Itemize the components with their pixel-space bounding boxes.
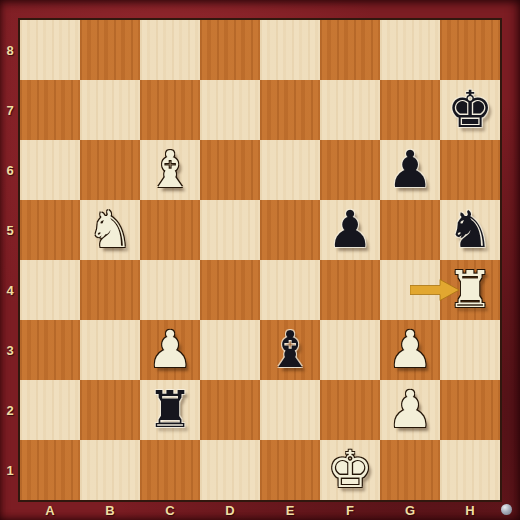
square-b1[interactable] xyxy=(80,440,140,500)
file-label-c: C xyxy=(140,500,200,520)
file-label-a: A xyxy=(20,500,80,520)
square-g1[interactable] xyxy=(380,440,440,500)
white-pawn[interactable]: ♟ xyxy=(387,324,433,375)
rank-label-6: 6 xyxy=(0,140,20,200)
rank-coordinates: 87654321 xyxy=(0,20,20,500)
square-c4[interactable] xyxy=(140,260,200,320)
square-c3[interactable]: ♟ xyxy=(140,320,200,380)
chess-board: ♚♝♟♞♟♞♜♟♝♟♜♟♚ xyxy=(20,20,500,500)
square-a6[interactable] xyxy=(20,140,80,200)
square-c5[interactable] xyxy=(140,200,200,260)
square-d6[interactable] xyxy=(200,140,260,200)
square-h5[interactable]: ♞ xyxy=(440,200,500,260)
last-move-arrow-icon xyxy=(410,278,460,302)
square-a2[interactable] xyxy=(20,380,80,440)
file-label-f: F xyxy=(320,500,380,520)
square-b4[interactable] xyxy=(80,260,140,320)
square-b8[interactable] xyxy=(80,20,140,80)
file-label-b: B xyxy=(80,500,140,520)
square-a7[interactable] xyxy=(20,80,80,140)
white-king[interactable]: ♚ xyxy=(327,444,373,495)
file-coordinates: ABCDEFGH xyxy=(20,500,500,520)
white-bishop[interactable]: ♝ xyxy=(147,144,193,195)
square-h1[interactable] xyxy=(440,440,500,500)
rank-label-2: 2 xyxy=(0,380,20,440)
square-g5[interactable] xyxy=(380,200,440,260)
white-knight[interactable]: ♞ xyxy=(87,204,133,255)
square-d2[interactable] xyxy=(200,380,260,440)
black-rook[interactable]: ♜ xyxy=(147,384,193,435)
square-d4[interactable] xyxy=(200,260,260,320)
white-pawn[interactable]: ♟ xyxy=(147,324,193,375)
square-a1[interactable] xyxy=(20,440,80,500)
rank-label-4: 4 xyxy=(0,260,20,320)
file-label-h: H xyxy=(440,500,500,520)
square-h6[interactable] xyxy=(440,140,500,200)
square-b3[interactable] xyxy=(80,320,140,380)
file-label-d: D xyxy=(200,500,260,520)
square-f1[interactable]: ♚ xyxy=(320,440,380,500)
square-f2[interactable] xyxy=(320,380,380,440)
square-g6[interactable]: ♟ xyxy=(380,140,440,200)
rank-label-3: 3 xyxy=(0,320,20,380)
rank-label-1: 1 xyxy=(0,440,20,500)
square-h2[interactable] xyxy=(440,380,500,440)
square-f4[interactable] xyxy=(320,260,380,320)
rank-label-7: 7 xyxy=(0,80,20,140)
square-e5[interactable] xyxy=(260,200,320,260)
square-f8[interactable] xyxy=(320,20,380,80)
square-b5[interactable]: ♞ xyxy=(80,200,140,260)
square-f7[interactable] xyxy=(320,80,380,140)
square-e3[interactable]: ♝ xyxy=(260,320,320,380)
square-e1[interactable] xyxy=(260,440,320,500)
square-b2[interactable] xyxy=(80,380,140,440)
square-c7[interactable] xyxy=(140,80,200,140)
square-d8[interactable] xyxy=(200,20,260,80)
board-frame: ♚♝♟♞♟♞♜♟♝♟♜♟♚ 87654321 ABCDEFGH xyxy=(0,0,520,520)
black-king[interactable]: ♚ xyxy=(447,84,493,135)
square-a8[interactable] xyxy=(20,20,80,80)
square-f3[interactable] xyxy=(320,320,380,380)
square-g3[interactable]: ♟ xyxy=(380,320,440,380)
square-d3[interactable] xyxy=(200,320,260,380)
square-a4[interactable] xyxy=(20,260,80,320)
square-b7[interactable] xyxy=(80,80,140,140)
square-c1[interactable] xyxy=(140,440,200,500)
square-d5[interactable] xyxy=(200,200,260,260)
square-c8[interactable] xyxy=(140,20,200,80)
square-e8[interactable] xyxy=(260,20,320,80)
square-e4[interactable] xyxy=(260,260,320,320)
rank-label-8: 8 xyxy=(0,20,20,80)
square-h8[interactable] xyxy=(440,20,500,80)
square-g2[interactable]: ♟ xyxy=(380,380,440,440)
square-g8[interactable] xyxy=(380,20,440,80)
black-bishop[interactable]: ♝ xyxy=(267,324,313,375)
square-c6[interactable]: ♝ xyxy=(140,140,200,200)
square-e6[interactable] xyxy=(260,140,320,200)
file-label-e: E xyxy=(260,500,320,520)
square-h3[interactable] xyxy=(440,320,500,380)
square-a3[interactable] xyxy=(20,320,80,380)
white-pawn[interactable]: ♟ xyxy=(387,384,433,435)
square-a5[interactable] xyxy=(20,200,80,260)
square-f5[interactable]: ♟ xyxy=(320,200,380,260)
square-c2[interactable]: ♜ xyxy=(140,380,200,440)
rank-label-5: 5 xyxy=(0,200,20,260)
black-knight[interactable]: ♞ xyxy=(447,204,493,255)
square-h7[interactable]: ♚ xyxy=(440,80,500,140)
square-d1[interactable] xyxy=(200,440,260,500)
black-pawn[interactable]: ♟ xyxy=(387,144,433,195)
black-pawn[interactable]: ♟ xyxy=(327,204,373,255)
square-g7[interactable] xyxy=(380,80,440,140)
square-b6[interactable] xyxy=(80,140,140,200)
square-d7[interactable] xyxy=(200,80,260,140)
corner-dot-icon xyxy=(501,504,512,515)
square-f6[interactable] xyxy=(320,140,380,200)
square-e2[interactable] xyxy=(260,380,320,440)
square-e7[interactable] xyxy=(260,80,320,140)
file-label-g: G xyxy=(380,500,440,520)
